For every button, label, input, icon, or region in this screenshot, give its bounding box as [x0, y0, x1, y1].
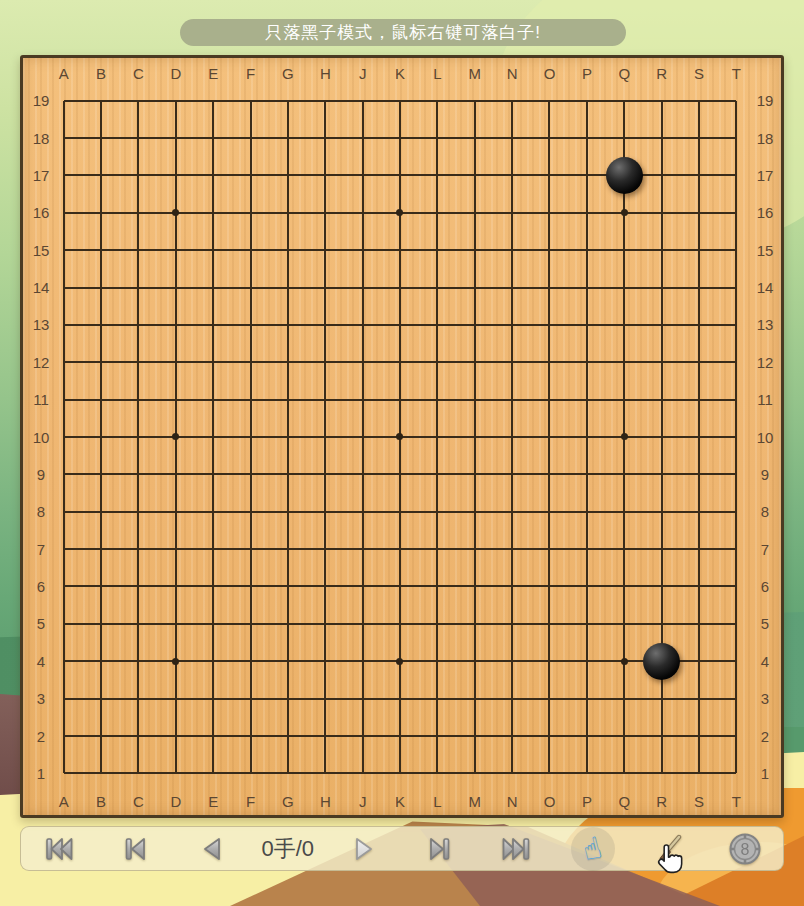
intersection-Q12[interactable] — [606, 344, 643, 381]
intersection-S18[interactable] — [680, 119, 717, 156]
intersection-N16[interactable] — [493, 194, 530, 231]
intersection-J16[interactable] — [344, 194, 381, 231]
intersection-G9[interactable] — [269, 456, 306, 493]
intersection-F6[interactable] — [232, 568, 269, 605]
intersection-S19[interactable] — [680, 82, 717, 119]
intersection-D2[interactable] — [157, 717, 194, 754]
intersection-P8[interactable] — [568, 493, 605, 530]
intersection-G18[interactable] — [269, 119, 306, 156]
intersection-C15[interactable] — [120, 231, 157, 268]
intersection-O3[interactable] — [531, 680, 568, 717]
intersection-D17[interactable] — [157, 157, 194, 194]
intersection-L16[interactable] — [419, 194, 456, 231]
intersection-F16[interactable] — [232, 194, 269, 231]
intersection-D4[interactable] — [157, 643, 194, 680]
intersection-M8[interactable] — [456, 493, 493, 530]
intersection-N11[interactable] — [493, 381, 530, 418]
intersection-A9[interactable] — [45, 456, 82, 493]
back-one-button[interactable] — [173, 827, 249, 870]
intersection-A14[interactable] — [45, 269, 82, 306]
back-fast-button[interactable] — [97, 827, 173, 870]
intersection-P6[interactable] — [568, 568, 605, 605]
intersection-S8[interactable] — [680, 493, 717, 530]
intersection-B8[interactable] — [82, 493, 119, 530]
intersection-T4[interactable] — [718, 643, 755, 680]
intersection-T11[interactable] — [718, 381, 755, 418]
intersection-E13[interactable] — [194, 306, 231, 343]
intersection-C16[interactable] — [120, 194, 157, 231]
intersection-C1[interactable] — [120, 755, 157, 792]
intersection-C10[interactable] — [120, 418, 157, 455]
intersection-C6[interactable] — [120, 568, 157, 605]
intersection-M18[interactable] — [456, 119, 493, 156]
intersection-Q6[interactable] — [606, 568, 643, 605]
intersection-T5[interactable] — [718, 605, 755, 642]
intersection-M7[interactable] — [456, 530, 493, 567]
intersection-N1[interactable] — [493, 755, 530, 792]
intersection-L3[interactable] — [419, 680, 456, 717]
intersection-R12[interactable] — [643, 344, 680, 381]
intersection-G10[interactable] — [269, 418, 306, 455]
intersection-T9[interactable] — [718, 456, 755, 493]
intersection-K9[interactable] — [381, 456, 418, 493]
intersection-C9[interactable] — [120, 456, 157, 493]
intersection-F5[interactable] — [232, 605, 269, 642]
intersection-B18[interactable] — [82, 119, 119, 156]
intersection-S3[interactable] — [680, 680, 717, 717]
intersection-A8[interactable] — [45, 493, 82, 530]
intersection-N7[interactable] — [493, 530, 530, 567]
intersection-H10[interactable] — [307, 418, 344, 455]
intersection-P11[interactable] — [568, 381, 605, 418]
intersection-E4[interactable] — [194, 643, 231, 680]
intersection-D9[interactable] — [157, 456, 194, 493]
intersection-K17[interactable] — [381, 157, 418, 194]
intersection-A18[interactable] — [45, 119, 82, 156]
intersection-P9[interactable] — [568, 456, 605, 493]
intersection-K4[interactable] — [381, 643, 418, 680]
intersection-P3[interactable] — [568, 680, 605, 717]
intersection-D19[interactable] — [157, 82, 194, 119]
intersection-T18[interactable] — [718, 119, 755, 156]
intersection-L11[interactable] — [419, 381, 456, 418]
intersection-D8[interactable] — [157, 493, 194, 530]
intersection-S5[interactable] — [680, 605, 717, 642]
intersection-K11[interactable] — [381, 381, 418, 418]
intersection-E3[interactable] — [194, 680, 231, 717]
intersection-O8[interactable] — [531, 493, 568, 530]
intersection-A15[interactable] — [45, 231, 82, 268]
intersection-T2[interactable] — [718, 717, 755, 754]
intersection-R19[interactable] — [643, 82, 680, 119]
intersection-D3[interactable] — [157, 680, 194, 717]
intersection-N17[interactable] — [493, 157, 530, 194]
jump-to-end-button[interactable] — [478, 827, 554, 870]
intersection-Q10[interactable] — [606, 418, 643, 455]
intersection-H6[interactable] — [307, 568, 344, 605]
intersection-O14[interactable] — [531, 269, 568, 306]
intersection-R6[interactable] — [643, 568, 680, 605]
intersection-E18[interactable] — [194, 119, 231, 156]
hand-tool-button[interactable]: ☝ — [554, 827, 630, 870]
intersection-K12[interactable] — [381, 344, 418, 381]
intersection-C2[interactable] — [120, 717, 157, 754]
intersection-Q9[interactable] — [606, 456, 643, 493]
intersection-E1[interactable] — [194, 755, 231, 792]
intersection-P19[interactable] — [568, 82, 605, 119]
intersection-J13[interactable] — [344, 306, 381, 343]
intersection-S15[interactable] — [680, 231, 717, 268]
intersection-S6[interactable] — [680, 568, 717, 605]
intersection-H3[interactable] — [307, 680, 344, 717]
intersection-C4[interactable] — [120, 643, 157, 680]
intersection-J17[interactable] — [344, 157, 381, 194]
intersection-R5[interactable] — [643, 605, 680, 642]
brush-tool-button[interactable] — [631, 827, 707, 870]
intersection-A1[interactable] — [45, 755, 82, 792]
intersection-H19[interactable] — [307, 82, 344, 119]
intersection-B6[interactable] — [82, 568, 119, 605]
intersection-S17[interactable] — [680, 157, 717, 194]
intersection-F13[interactable] — [232, 306, 269, 343]
intersection-P16[interactable] — [568, 194, 605, 231]
intersection-G19[interactable] — [269, 82, 306, 119]
intersection-H16[interactable] — [307, 194, 344, 231]
intersection-Q13[interactable] — [606, 306, 643, 343]
intersection-M13[interactable] — [456, 306, 493, 343]
intersection-H8[interactable] — [307, 493, 344, 530]
intersection-S14[interactable] — [680, 269, 717, 306]
intersection-A5[interactable] — [45, 605, 82, 642]
intersection-H11[interactable] — [307, 381, 344, 418]
intersection-H13[interactable] — [307, 306, 344, 343]
intersection-N13[interactable] — [493, 306, 530, 343]
intersection-T15[interactable] — [718, 231, 755, 268]
intersection-Q5[interactable] — [606, 605, 643, 642]
intersection-B3[interactable] — [82, 680, 119, 717]
intersection-D7[interactable] — [157, 530, 194, 567]
intersection-M4[interactable] — [456, 643, 493, 680]
intersection-C18[interactable] — [120, 119, 157, 156]
intersection-B1[interactable] — [82, 755, 119, 792]
intersection-E12[interactable] — [194, 344, 231, 381]
intersection-G11[interactable] — [269, 381, 306, 418]
intersection-R2[interactable] — [643, 717, 680, 754]
intersection-T12[interactable] — [718, 344, 755, 381]
intersection-F18[interactable] — [232, 119, 269, 156]
black-stone-R4[interactable] — [643, 643, 680, 680]
intersection-L14[interactable] — [419, 269, 456, 306]
intersection-H1[interactable] — [307, 755, 344, 792]
intersection-G7[interactable] — [269, 530, 306, 567]
intersection-F4[interactable] — [232, 643, 269, 680]
intersection-B17[interactable] — [82, 157, 119, 194]
intersection-B5[interactable] — [82, 605, 119, 642]
intersection-T6[interactable] — [718, 568, 755, 605]
intersection-F3[interactable] — [232, 680, 269, 717]
intersection-N15[interactable] — [493, 231, 530, 268]
intersection-Q3[interactable] — [606, 680, 643, 717]
intersection-K3[interactable] — [381, 680, 418, 717]
intersection-K7[interactable] — [381, 530, 418, 567]
intersection-H5[interactable] — [307, 605, 344, 642]
intersection-O10[interactable] — [531, 418, 568, 455]
intersection-G17[interactable] — [269, 157, 306, 194]
intersection-F10[interactable] — [232, 418, 269, 455]
intersection-N19[interactable] — [493, 82, 530, 119]
intersection-J15[interactable] — [344, 231, 381, 268]
intersection-O5[interactable] — [531, 605, 568, 642]
intersection-F17[interactable] — [232, 157, 269, 194]
intersection-S13[interactable] — [680, 306, 717, 343]
intersection-T16[interactable] — [718, 194, 755, 231]
intersection-A11[interactable] — [45, 381, 82, 418]
board-grid[interactable] — [45, 82, 755, 792]
intersection-C17[interactable] — [120, 157, 157, 194]
intersection-O18[interactable] — [531, 119, 568, 156]
intersection-F9[interactable] — [232, 456, 269, 493]
intersection-L17[interactable] — [419, 157, 456, 194]
intersection-K10[interactable] — [381, 418, 418, 455]
intersection-G14[interactable] — [269, 269, 306, 306]
intersection-S4[interactable] — [680, 643, 717, 680]
intersection-C14[interactable] — [120, 269, 157, 306]
intersection-S7[interactable] — [680, 530, 717, 567]
jump-to-start-button[interactable] — [21, 827, 97, 870]
intersection-K16[interactable] — [381, 194, 418, 231]
intersection-M15[interactable] — [456, 231, 493, 268]
intersection-L6[interactable] — [419, 568, 456, 605]
intersection-R16[interactable] — [643, 194, 680, 231]
intersection-A10[interactable] — [45, 418, 82, 455]
intersection-F12[interactable] — [232, 344, 269, 381]
intersection-P1[interactable] — [568, 755, 605, 792]
intersection-S16[interactable] — [680, 194, 717, 231]
intersection-K5[interactable] — [381, 605, 418, 642]
intersection-Q15[interactable] — [606, 231, 643, 268]
intersection-C19[interactable] — [120, 82, 157, 119]
intersection-A7[interactable] — [45, 530, 82, 567]
intersection-R17[interactable] — [643, 157, 680, 194]
intersection-P7[interactable] — [568, 530, 605, 567]
intersection-A16[interactable] — [45, 194, 82, 231]
intersection-B11[interactable] — [82, 381, 119, 418]
intersection-E5[interactable] — [194, 605, 231, 642]
intersection-C7[interactable] — [120, 530, 157, 567]
intersection-L13[interactable] — [419, 306, 456, 343]
intersection-G8[interactable] — [269, 493, 306, 530]
black-stone-Q17[interactable] — [606, 157, 643, 194]
intersection-M3[interactable] — [456, 680, 493, 717]
intersection-L19[interactable] — [419, 82, 456, 119]
intersection-G3[interactable] — [269, 680, 306, 717]
intersection-P17[interactable] — [568, 157, 605, 194]
intersection-Q4[interactable] — [606, 643, 643, 680]
intersection-R4[interactable] — [643, 643, 680, 680]
intersection-F1[interactable] — [232, 755, 269, 792]
intersection-F8[interactable] — [232, 493, 269, 530]
intersection-J7[interactable] — [344, 530, 381, 567]
intersection-T8[interactable] — [718, 493, 755, 530]
intersection-K14[interactable] — [381, 269, 418, 306]
intersection-H15[interactable] — [307, 231, 344, 268]
intersection-E10[interactable] — [194, 418, 231, 455]
intersection-L4[interactable] — [419, 643, 456, 680]
intersection-P5[interactable] — [568, 605, 605, 642]
intersection-B2[interactable] — [82, 717, 119, 754]
intersection-T10[interactable] — [718, 418, 755, 455]
intersection-T1[interactable] — [718, 755, 755, 792]
intersection-O15[interactable] — [531, 231, 568, 268]
intersection-B9[interactable] — [82, 456, 119, 493]
intersection-D5[interactable] — [157, 605, 194, 642]
intersection-K1[interactable] — [381, 755, 418, 792]
intersection-G16[interactable] — [269, 194, 306, 231]
intersection-A3[interactable] — [45, 680, 82, 717]
intersection-Q11[interactable] — [606, 381, 643, 418]
intersection-Q1[interactable] — [606, 755, 643, 792]
intersection-O2[interactable] — [531, 717, 568, 754]
intersection-D14[interactable] — [157, 269, 194, 306]
intersection-H4[interactable] — [307, 643, 344, 680]
intersection-B19[interactable] — [82, 82, 119, 119]
forward-one-button[interactable] — [326, 827, 402, 870]
intersection-K18[interactable] — [381, 119, 418, 156]
intersection-J2[interactable] — [344, 717, 381, 754]
intersection-L9[interactable] — [419, 456, 456, 493]
intersection-N10[interactable] — [493, 418, 530, 455]
intersection-R14[interactable] — [643, 269, 680, 306]
intersection-P12[interactable] — [568, 344, 605, 381]
intersection-M19[interactable] — [456, 82, 493, 119]
forward-fast-button[interactable] — [402, 827, 478, 870]
intersection-Q17[interactable] — [606, 157, 643, 194]
intersection-G12[interactable] — [269, 344, 306, 381]
intersection-Q14[interactable] — [606, 269, 643, 306]
intersection-R1[interactable] — [643, 755, 680, 792]
intersection-R18[interactable] — [643, 119, 680, 156]
intersection-L10[interactable] — [419, 418, 456, 455]
intersection-P2[interactable] — [568, 717, 605, 754]
intersection-A2[interactable] — [45, 717, 82, 754]
intersection-M16[interactable] — [456, 194, 493, 231]
intersection-O6[interactable] — [531, 568, 568, 605]
intersection-J4[interactable] — [344, 643, 381, 680]
intersection-H9[interactable] — [307, 456, 344, 493]
intersection-D10[interactable] — [157, 418, 194, 455]
intersection-J9[interactable] — [344, 456, 381, 493]
intersection-G6[interactable] — [269, 568, 306, 605]
intersection-K19[interactable] — [381, 82, 418, 119]
intersection-H12[interactable] — [307, 344, 344, 381]
intersection-R11[interactable] — [643, 381, 680, 418]
intersection-K15[interactable] — [381, 231, 418, 268]
intersection-O19[interactable] — [531, 82, 568, 119]
intersection-Q19[interactable] — [606, 82, 643, 119]
intersection-K6[interactable] — [381, 568, 418, 605]
intersection-J3[interactable] — [344, 680, 381, 717]
intersection-O12[interactable] — [531, 344, 568, 381]
intersection-G4[interactable] — [269, 643, 306, 680]
intersection-B13[interactable] — [82, 306, 119, 343]
intersection-G15[interactable] — [269, 231, 306, 268]
intersection-O17[interactable] — [531, 157, 568, 194]
intersection-M17[interactable] — [456, 157, 493, 194]
intersection-E19[interactable] — [194, 82, 231, 119]
intersection-A6[interactable] — [45, 568, 82, 605]
intersection-C8[interactable] — [120, 493, 157, 530]
intersection-O13[interactable] — [531, 306, 568, 343]
intersection-J14[interactable] — [344, 269, 381, 306]
intersection-Q7[interactable] — [606, 530, 643, 567]
intersection-S12[interactable] — [680, 344, 717, 381]
intersection-N2[interactable] — [493, 717, 530, 754]
intersection-J8[interactable] — [344, 493, 381, 530]
intersection-J1[interactable] — [344, 755, 381, 792]
intersection-B16[interactable] — [82, 194, 119, 231]
intersection-O7[interactable] — [531, 530, 568, 567]
intersection-Q16[interactable] — [606, 194, 643, 231]
intersection-K8[interactable] — [381, 493, 418, 530]
intersection-N12[interactable] — [493, 344, 530, 381]
intersection-H18[interactable] — [307, 119, 344, 156]
intersection-L2[interactable] — [419, 717, 456, 754]
intersection-C3[interactable] — [120, 680, 157, 717]
intersection-L8[interactable] — [419, 493, 456, 530]
intersection-L5[interactable] — [419, 605, 456, 642]
intersection-F15[interactable] — [232, 231, 269, 268]
intersection-D1[interactable] — [157, 755, 194, 792]
intersection-H2[interactable] — [307, 717, 344, 754]
intersection-O11[interactable] — [531, 381, 568, 418]
intersection-P13[interactable] — [568, 306, 605, 343]
intersection-O1[interactable] — [531, 755, 568, 792]
intersection-S2[interactable] — [680, 717, 717, 754]
move-numbers-button[interactable]: 8 — [707, 827, 783, 870]
intersection-N14[interactable] — [493, 269, 530, 306]
intersection-C5[interactable] — [120, 605, 157, 642]
intersection-B10[interactable] — [82, 418, 119, 455]
intersection-M11[interactable] — [456, 381, 493, 418]
intersection-R10[interactable] — [643, 418, 680, 455]
intersection-J11[interactable] — [344, 381, 381, 418]
intersection-A13[interactable] — [45, 306, 82, 343]
intersection-J18[interactable] — [344, 119, 381, 156]
intersection-T13[interactable] — [718, 306, 755, 343]
intersection-T14[interactable] — [718, 269, 755, 306]
intersection-D11[interactable] — [157, 381, 194, 418]
intersection-J10[interactable] — [344, 418, 381, 455]
intersection-G13[interactable] — [269, 306, 306, 343]
intersection-A19[interactable] — [45, 82, 82, 119]
intersection-Q8[interactable] — [606, 493, 643, 530]
intersection-O4[interactable] — [531, 643, 568, 680]
intersection-M5[interactable] — [456, 605, 493, 642]
intersection-H17[interactable] — [307, 157, 344, 194]
intersection-M9[interactable] — [456, 456, 493, 493]
intersection-K13[interactable] — [381, 306, 418, 343]
intersection-J12[interactable] — [344, 344, 381, 381]
intersection-R15[interactable] — [643, 231, 680, 268]
intersection-B15[interactable] — [82, 231, 119, 268]
intersection-D18[interactable] — [157, 119, 194, 156]
intersection-E16[interactable] — [194, 194, 231, 231]
intersection-O9[interactable] — [531, 456, 568, 493]
intersection-D12[interactable] — [157, 344, 194, 381]
intersection-T17[interactable] — [718, 157, 755, 194]
intersection-R3[interactable] — [643, 680, 680, 717]
intersection-E14[interactable] — [194, 269, 231, 306]
